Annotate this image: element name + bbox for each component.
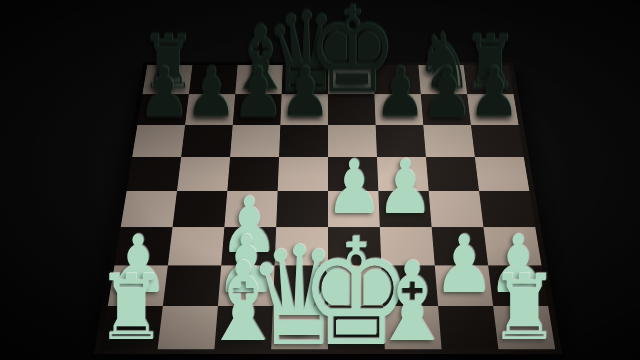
black-pawn-f7: ♟ bbox=[373, 58, 425, 127]
black-pawn-b7: ♟ bbox=[185, 58, 237, 127]
black-pawn-a7: ♟ bbox=[137, 58, 189, 127]
black-pawn-d7: ♟ bbox=[279, 58, 331, 127]
white-rook-h1: ♜ bbox=[490, 263, 559, 354]
black-pawn-g7: ♟ bbox=[421, 58, 473, 127]
black-pawn-c7: ♟ bbox=[232, 58, 284, 127]
piece-layer: ♜♝♛♚♞♜♟♟♟♟♟♟♟♟♟♟♟♟♟♟♜♝♛♚♝♜ bbox=[0, 0, 640, 360]
black-pawn-h7: ♟ bbox=[468, 58, 520, 127]
photo-stage: ♜♝♛♚♞♜♟♟♟♟♟♟♟♟♟♟♟♟♟♟♜♝♛♚♝♜ bbox=[0, 0, 640, 360]
white-rook-a1: ♜ bbox=[96, 263, 165, 354]
white-bishop-f1: ♝ bbox=[370, 248, 454, 358]
